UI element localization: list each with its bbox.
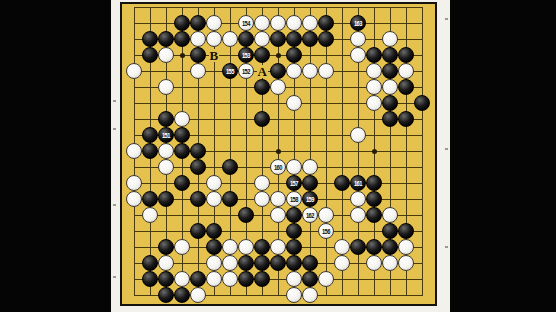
stone-white xyxy=(158,79,174,95)
stone-black xyxy=(222,159,238,175)
stone-black xyxy=(254,271,270,287)
star-point xyxy=(276,53,281,58)
stone-black xyxy=(350,239,366,255)
stone-black xyxy=(286,31,302,47)
stone-white xyxy=(254,31,270,47)
stone-white xyxy=(350,207,366,223)
move-157-stone: 157 xyxy=(286,175,302,191)
stone-white xyxy=(222,255,238,271)
stone-black xyxy=(398,223,414,239)
grid-line-horizontal xyxy=(134,231,423,232)
stone-black xyxy=(190,47,206,63)
stone-black xyxy=(382,95,398,111)
grid-line-vertical xyxy=(422,7,423,296)
margin-tick xyxy=(445,18,448,20)
move-161-stone: 161 xyxy=(350,175,366,191)
stone-black xyxy=(238,271,254,287)
stone-black xyxy=(158,111,174,127)
stone-white xyxy=(302,287,318,303)
stone-white xyxy=(318,271,334,287)
page-background: 154163153155152151160157161158159162156B… xyxy=(0,0,556,312)
stone-white xyxy=(350,191,366,207)
stone-black xyxy=(142,271,158,287)
stone-black xyxy=(382,111,398,127)
margin-tick xyxy=(113,128,116,130)
move-163-stone: 163 xyxy=(350,15,366,31)
stone-black xyxy=(366,191,382,207)
stone-white xyxy=(222,271,238,287)
stone-white xyxy=(302,159,318,175)
stone-white xyxy=(302,15,318,31)
stone-white xyxy=(206,175,222,191)
stone-black xyxy=(190,159,206,175)
stone-black xyxy=(254,111,270,127)
star-point xyxy=(372,149,377,154)
move-number-label: 161 xyxy=(354,180,362,187)
margin-tick xyxy=(445,148,448,150)
stone-black xyxy=(254,255,270,271)
stone-white xyxy=(254,191,270,207)
move-162-stone: 162 xyxy=(302,207,318,223)
stone-white xyxy=(334,239,350,255)
stone-white xyxy=(366,255,382,271)
stone-white xyxy=(302,63,318,79)
stone-white xyxy=(254,175,270,191)
stone-white xyxy=(270,239,286,255)
stone-white xyxy=(334,255,350,271)
stone-white xyxy=(398,63,414,79)
stone-black xyxy=(286,239,302,255)
stone-black xyxy=(270,255,286,271)
margin-tick xyxy=(113,204,116,206)
stone-black xyxy=(174,287,190,303)
stone-black xyxy=(334,175,350,191)
stone-black xyxy=(158,271,174,287)
stone-white xyxy=(398,255,414,271)
stone-black xyxy=(142,127,158,143)
stone-black xyxy=(174,127,190,143)
stone-white xyxy=(382,31,398,47)
stone-black xyxy=(190,223,206,239)
move-number-label: 151 xyxy=(162,132,170,139)
stone-black xyxy=(254,47,270,63)
stone-black xyxy=(142,31,158,47)
stone-black xyxy=(238,255,254,271)
stone-black xyxy=(190,143,206,159)
stone-white xyxy=(206,271,222,287)
move-number-label: 154 xyxy=(242,20,250,27)
margin-tick xyxy=(445,246,448,248)
move-number-label: 157 xyxy=(290,180,298,187)
stone-white xyxy=(350,47,366,63)
stone-white xyxy=(286,271,302,287)
stone-white xyxy=(126,175,142,191)
stone-white xyxy=(318,207,334,223)
stone-black xyxy=(270,63,286,79)
move-155-stone: 155 xyxy=(222,63,238,79)
stone-white xyxy=(286,287,302,303)
stone-white xyxy=(222,239,238,255)
stone-black xyxy=(206,239,222,255)
stone-black xyxy=(366,207,382,223)
stone-white xyxy=(206,31,222,47)
stone-white xyxy=(190,63,206,79)
stone-black xyxy=(286,47,302,63)
stone-black xyxy=(238,207,254,223)
move-number-label: 156 xyxy=(322,228,330,235)
stone-white xyxy=(158,47,174,63)
stone-white xyxy=(126,63,142,79)
stone-black xyxy=(302,175,318,191)
margin-tick xyxy=(113,276,116,278)
move-number-label: 153 xyxy=(242,52,250,59)
stone-white xyxy=(238,239,254,255)
stone-black xyxy=(398,47,414,63)
stone-black xyxy=(366,175,382,191)
stone-black xyxy=(382,63,398,79)
stone-black xyxy=(366,239,382,255)
stone-black xyxy=(414,95,430,111)
stone-white xyxy=(174,271,190,287)
stone-black xyxy=(270,31,286,47)
stone-black xyxy=(286,207,302,223)
stone-white xyxy=(206,191,222,207)
stone-white xyxy=(158,159,174,175)
move-158-stone: 158 xyxy=(286,191,302,207)
stone-black xyxy=(174,143,190,159)
grid-line-vertical xyxy=(310,7,311,296)
stone-white xyxy=(382,255,398,271)
stone-black xyxy=(174,31,190,47)
stone-black xyxy=(174,15,190,31)
stone-black xyxy=(382,223,398,239)
stone-white xyxy=(286,63,302,79)
stone-white xyxy=(190,31,206,47)
stone-white xyxy=(142,207,158,223)
stone-white xyxy=(382,79,398,95)
grid-line-vertical xyxy=(326,7,327,296)
stone-white xyxy=(350,31,366,47)
stone-black xyxy=(174,175,190,191)
stone-black xyxy=(158,191,174,207)
stone-white xyxy=(286,15,302,31)
stone-white xyxy=(222,31,238,47)
stone-black xyxy=(254,79,270,95)
move-number-label: 155 xyxy=(226,68,234,75)
stone-white xyxy=(270,79,286,95)
stone-white xyxy=(366,79,382,95)
star-point xyxy=(276,149,281,154)
stone-white xyxy=(270,15,286,31)
stone-black xyxy=(318,15,334,31)
stone-white xyxy=(286,159,302,175)
stone-white xyxy=(382,207,398,223)
point-label-A: A xyxy=(257,65,268,78)
stone-white xyxy=(206,15,222,31)
move-number-label: 160 xyxy=(274,164,282,171)
stone-black xyxy=(382,47,398,63)
stone-black xyxy=(398,111,414,127)
stone-black xyxy=(158,31,174,47)
go-board[interactable]: 154163153155152151160157161158159162156B… xyxy=(120,2,437,306)
move-156-stone: 156 xyxy=(318,223,334,239)
move-160-stone: 160 xyxy=(270,159,286,175)
move-153-stone: 153 xyxy=(238,47,254,63)
stone-white xyxy=(206,255,222,271)
stone-black xyxy=(366,47,382,63)
stone-black xyxy=(190,271,206,287)
stone-black xyxy=(302,31,318,47)
stone-black xyxy=(142,191,158,207)
stone-black xyxy=(190,191,206,207)
stone-white xyxy=(398,239,414,255)
stone-white xyxy=(286,95,302,111)
stone-white xyxy=(270,191,286,207)
stone-white xyxy=(174,111,190,127)
stone-white xyxy=(190,287,206,303)
stone-black xyxy=(206,223,222,239)
stone-black xyxy=(142,143,158,159)
stone-white xyxy=(158,255,174,271)
stone-white xyxy=(350,127,366,143)
stone-white xyxy=(174,239,190,255)
stone-black xyxy=(238,31,254,47)
stone-black xyxy=(158,239,174,255)
stone-white xyxy=(126,191,142,207)
move-number-label: 158 xyxy=(290,196,298,203)
point-label-B: B xyxy=(209,49,220,62)
stone-black xyxy=(286,223,302,239)
stone-black xyxy=(302,255,318,271)
move-number-label: 162 xyxy=(306,212,314,219)
stone-black xyxy=(158,287,174,303)
stone-black xyxy=(254,239,270,255)
stone-white xyxy=(366,95,382,111)
move-number-label: 163 xyxy=(354,20,362,27)
stone-black xyxy=(190,15,206,31)
diagram-paper: 154163153155152151160157161158159162156B… xyxy=(111,0,450,312)
star-point xyxy=(180,53,185,58)
stone-black xyxy=(286,255,302,271)
stone-black xyxy=(302,271,318,287)
stone-white xyxy=(126,143,142,159)
stone-white xyxy=(318,63,334,79)
stone-black xyxy=(142,255,158,271)
move-number-label: 159 xyxy=(306,196,314,203)
stone-white xyxy=(366,63,382,79)
stone-black xyxy=(222,191,238,207)
move-151-stone: 151 xyxy=(158,127,174,143)
stone-black xyxy=(142,47,158,63)
move-number-label: 152 xyxy=(242,68,250,75)
move-159-stone: 159 xyxy=(302,191,318,207)
stone-black xyxy=(382,239,398,255)
stone-white xyxy=(270,207,286,223)
margin-tick xyxy=(113,100,116,102)
move-154-stone: 154 xyxy=(238,15,254,31)
move-152-stone: 152 xyxy=(238,63,254,79)
stone-white xyxy=(158,143,174,159)
stone-white xyxy=(254,15,270,31)
stone-black xyxy=(398,79,414,95)
stone-black xyxy=(318,31,334,47)
